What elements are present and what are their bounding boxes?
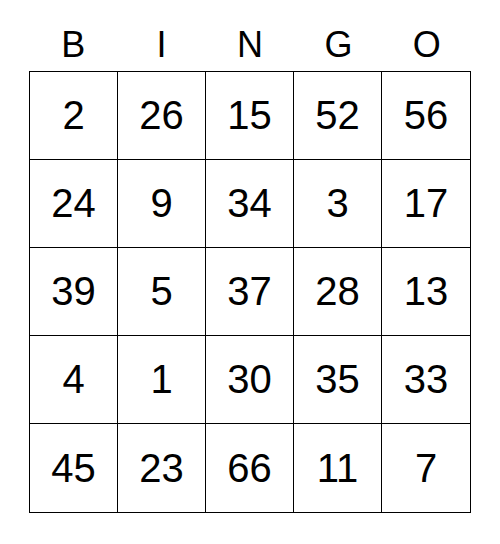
- header-letter-g: G: [294, 19, 382, 71]
- bingo-cell[interactable]: 7: [382, 424, 470, 512]
- bingo-cell[interactable]: 23: [118, 424, 206, 512]
- bingo-cell[interactable]: 35: [294, 336, 382, 424]
- bingo-header: BINGO: [29, 19, 471, 71]
- bingo-cell[interactable]: 28: [294, 248, 382, 336]
- header-letter-i: I: [117, 19, 205, 71]
- bingo-cell[interactable]: 4: [30, 336, 118, 424]
- bingo-cell[interactable]: 5: [118, 248, 206, 336]
- bingo-cell[interactable]: 1: [118, 336, 206, 424]
- bingo-cell[interactable]: 2: [30, 72, 118, 160]
- bingo-cell[interactable]: 52: [294, 72, 382, 160]
- bingo-cell[interactable]: 15: [206, 72, 294, 160]
- bingo-card: BINGO 2261552562493431739537281341303533…: [0, 0, 500, 544]
- bingo-cell[interactable]: 11: [294, 424, 382, 512]
- bingo-grid: 2261552562493431739537281341303533452366…: [29, 71, 471, 513]
- bingo-cell[interactable]: 13: [382, 248, 470, 336]
- bingo-cell[interactable]: 39: [30, 248, 118, 336]
- bingo-cell[interactable]: 17: [382, 160, 470, 248]
- bingo-cell[interactable]: 66: [206, 424, 294, 512]
- bingo-cell[interactable]: 33: [382, 336, 470, 424]
- bingo-cell[interactable]: 3: [294, 160, 382, 248]
- bingo-cell[interactable]: 26: [118, 72, 206, 160]
- bingo-board: BINGO 2261552562493431739537281341303533…: [29, 19, 471, 513]
- bingo-cell[interactable]: 24: [30, 160, 118, 248]
- header-letter-n: N: [206, 19, 294, 71]
- header-letter-o: O: [383, 19, 471, 71]
- bingo-cell[interactable]: 45: [30, 424, 118, 512]
- bingo-cell[interactable]: 56: [382, 72, 470, 160]
- bingo-cell[interactable]: 34: [206, 160, 294, 248]
- bingo-cell[interactable]: 30: [206, 336, 294, 424]
- header-letter-b: B: [29, 19, 117, 71]
- bingo-cell[interactable]: 37: [206, 248, 294, 336]
- bingo-cell[interactable]: 9: [118, 160, 206, 248]
